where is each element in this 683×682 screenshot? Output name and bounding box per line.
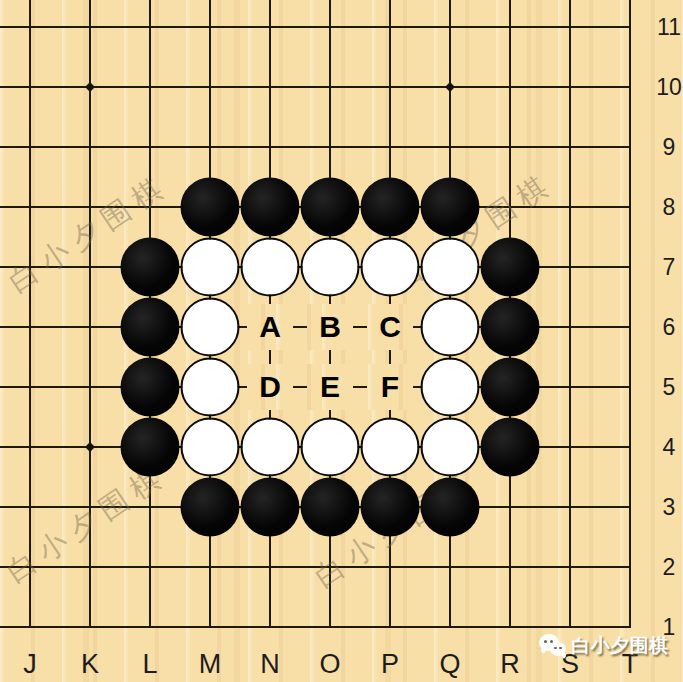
row-label-11: 11 [657,14,681,41]
grid-line-horizontal [0,146,631,148]
channel-logo-text: 白小夕围棋 [571,633,669,659]
white-stone[interactable] [301,418,360,477]
go-board[interactable]: 白小夕围棋 白小夕围棋白小夕围棋白小夕围棋白小夕围棋ABCDEFJKLMNOPQ… [0,0,683,682]
point-label-B[interactable]: B [319,310,341,344]
black-stone[interactable] [181,178,240,237]
grid-line-vertical [629,0,631,628]
star-point [85,442,95,452]
column-label-P: P [381,649,399,680]
row-label-9: 9 [663,134,676,161]
column-label-N: N [260,649,280,680]
white-stone[interactable] [181,238,240,297]
white-stone[interactable] [241,238,300,297]
white-stone[interactable] [361,418,420,477]
grid-line-horizontal [0,26,631,28]
black-stone[interactable] [421,478,480,537]
black-stone[interactable] [481,298,540,357]
white-stone[interactable] [241,418,300,477]
point-label-D[interactable]: D [259,370,281,404]
row-label-2: 2 [663,554,676,581]
row-label-5: 5 [663,374,676,401]
black-stone[interactable] [301,478,360,537]
row-label-10: 10 [656,74,682,101]
white-stone[interactable] [421,358,480,417]
black-stone[interactable] [241,178,300,237]
grid-line-vertical [569,0,571,628]
column-label-J: J [23,649,37,680]
black-stone[interactable] [361,478,420,537]
row-label-6: 6 [663,314,676,341]
white-stone[interactable] [181,358,240,417]
grid-line-vertical [29,0,31,628]
white-stone[interactable] [421,238,480,297]
black-stone[interactable] [481,238,540,297]
black-stone[interactable] [121,418,180,477]
black-stone[interactable] [481,358,540,417]
column-label-O: O [319,649,340,680]
star-point [85,82,95,92]
white-stone[interactable] [361,238,420,297]
column-label-K: K [81,649,99,680]
white-stone[interactable] [181,298,240,357]
row-label-4: 4 [663,434,676,461]
black-stone[interactable] [121,298,180,357]
point-label-E[interactable]: E [320,370,340,404]
row-label-7: 7 [663,254,676,281]
row-label-3: 3 [663,494,676,521]
black-stone[interactable] [361,178,420,237]
grid-line-horizontal [0,626,631,628]
star-point [445,82,455,92]
black-stone[interactable] [121,358,180,417]
column-label-Q: Q [439,649,460,680]
white-stone[interactable] [181,418,240,477]
black-stone[interactable] [301,178,360,237]
point-label-C[interactable]: C [379,310,401,344]
black-stone[interactable] [421,178,480,237]
black-stone[interactable] [241,478,300,537]
black-stone[interactable] [481,418,540,477]
point-label-A[interactable]: A [259,310,281,344]
column-label-R: R [500,649,520,680]
channel-logo: 白小夕围棋 [539,633,669,659]
point-label-F[interactable]: F [381,370,399,404]
column-label-M: M [199,649,222,680]
black-stone[interactable] [181,478,240,537]
white-stone[interactable] [421,298,480,357]
row-label-8: 8 [663,194,676,221]
white-stone[interactable] [421,418,480,477]
column-label-L: L [142,649,157,680]
white-stone[interactable] [301,238,360,297]
wechat-chat-bubbles-icon [539,634,567,659]
black-stone[interactable] [121,238,180,297]
